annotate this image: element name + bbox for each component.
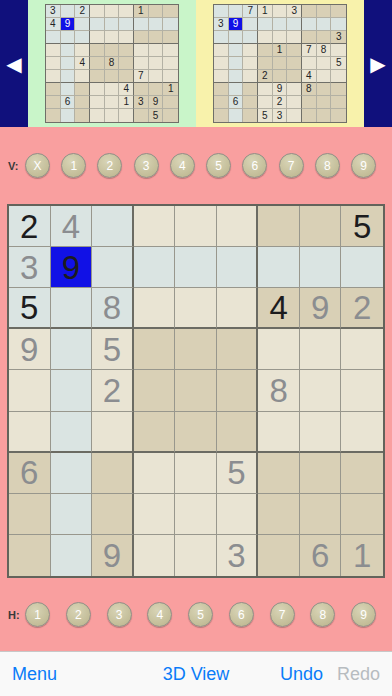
undo-button[interactable]: Undo — [280, 664, 323, 685]
cell-r4c3[interactable]: 5 — [92, 329, 134, 370]
cell-r4c9[interactable] — [341, 329, 383, 370]
cell-r4c3 — [243, 44, 258, 57]
cell-r8c2[interactable] — [51, 494, 93, 535]
prev-board-nav[interactable]: ◀ — [0, 0, 28, 127]
cell-r9c5: 3 — [273, 109, 288, 122]
v-label: V: — [8, 160, 25, 172]
cell-r2c4 — [258, 18, 273, 31]
cell-r1c3[interactable] — [92, 206, 134, 247]
cell-r7c4 — [258, 83, 273, 96]
cell-r5c1 — [214, 57, 229, 70]
cell-r2c7[interactable] — [258, 247, 300, 288]
cell-r5c6 — [119, 57, 134, 70]
v-button-4[interactable]: 4 — [170, 153, 195, 178]
cell-r1c2 — [61, 5, 76, 18]
cell-r7c3[interactable] — [92, 453, 134, 494]
cell-r1c9 — [163, 5, 178, 18]
cell-r1c5 — [273, 5, 288, 18]
cell-r4c6[interactable] — [217, 329, 259, 370]
cell-r8c6 — [287, 96, 302, 109]
v-button-8[interactable]: 8 — [315, 153, 340, 178]
cell-r2c2: 9 — [229, 18, 244, 31]
cell-r2c4[interactable] — [134, 247, 176, 288]
h-button-1[interactable]: 1 — [25, 602, 50, 627]
cell-r6c9 — [331, 70, 346, 83]
cell-r9c4[interactable] — [134, 535, 176, 576]
cell-r4c7: 7 — [302, 44, 317, 57]
cell-r7c8 — [317, 83, 332, 96]
cell-r3c2[interactable] — [51, 288, 93, 329]
cell-r5c3[interactable]: 2 — [92, 370, 134, 411]
cell-r2c8 — [317, 18, 332, 31]
cell-r3c3 — [75, 31, 90, 44]
cell-r9c1 — [214, 109, 229, 122]
cell-r3c9[interactable]: 2 — [341, 288, 383, 329]
v-button-3[interactable]: 3 — [134, 153, 159, 178]
cell-r9c7 — [134, 109, 149, 122]
cell-r9c3 — [75, 109, 90, 122]
cell-r4c4[interactable] — [134, 329, 176, 370]
cell-r5c8[interactable] — [300, 370, 342, 411]
cell-r6c8 — [317, 70, 332, 83]
cell-r7c1 — [46, 83, 61, 96]
cell-r4c5 — [105, 44, 120, 57]
cell-r1c2[interactable]: 4 — [51, 206, 93, 247]
cell-r2c6 — [119, 18, 134, 31]
cell-r2c2[interactable]: 9 — [51, 247, 93, 288]
menu-button[interactable]: Menu — [12, 664, 57, 685]
cell-r8c4 — [258, 96, 273, 109]
cell-r2c8[interactable] — [300, 247, 342, 288]
cell-r6c3 — [75, 70, 90, 83]
cell-r2c4 — [90, 18, 105, 31]
cell-r1c5 — [105, 5, 120, 18]
cell-r1c9[interactable]: 5 — [341, 206, 383, 247]
cell-r8c3[interactable] — [92, 494, 134, 535]
cell-r5c4[interactable] — [134, 370, 176, 411]
cell-r8c1 — [214, 96, 229, 109]
cell-r1c4 — [90, 5, 105, 18]
cell-r3c8 — [149, 31, 164, 44]
cell-r3c1 — [214, 31, 229, 44]
cell-r9c6 — [287, 109, 302, 122]
cell-r8c9 — [331, 96, 346, 109]
left-arrow-icon: ◀ — [6, 54, 21, 74]
cell-r4c1[interactable]: 9 — [9, 329, 51, 370]
cell-r7c5[interactable] — [175, 453, 217, 494]
cell-r5c6 — [287, 57, 302, 70]
cell-r5c3 — [243, 57, 258, 70]
cell-r2c6[interactable] — [217, 247, 259, 288]
cell-r4c8 — [149, 44, 164, 57]
cell-r7c2[interactable] — [51, 453, 93, 494]
h-label: H: — [8, 609, 25, 621]
cell-r7c7[interactable] — [258, 453, 300, 494]
v-button-x[interactable]: X — [25, 153, 50, 178]
cell-r8c8 — [317, 96, 332, 109]
cell-r4c1 — [214, 44, 229, 57]
horizontal-selector-row: H: 123456789 — [0, 578, 392, 651]
mini-board-right[interactable]: 713393178524986253 — [213, 4, 347, 123]
cell-r5c3: 4 — [75, 57, 90, 70]
cell-r8c5: 2 — [273, 96, 288, 109]
cell-r4c2[interactable] — [51, 329, 93, 370]
cell-r8c7 — [302, 96, 317, 109]
cell-r8c2: 6 — [61, 96, 76, 109]
cell-r3c9: 3 — [331, 31, 346, 44]
3d-view-button[interactable]: 3D View — [163, 664, 230, 685]
cell-r7c9: 1 — [163, 83, 178, 96]
cell-r8c1 — [46, 96, 61, 109]
cell-r3c5 — [105, 31, 120, 44]
cell-r3c3 — [243, 31, 258, 44]
cell-r5c2 — [229, 57, 244, 70]
cell-r5c9[interactable] — [341, 370, 383, 411]
cell-r5c5: 8 — [105, 57, 120, 70]
h-button-2[interactable]: 2 — [66, 602, 91, 627]
cell-r3c3[interactable]: 8 — [92, 288, 134, 329]
cell-r8c7[interactable] — [258, 494, 300, 535]
cell-r8c3 — [243, 96, 258, 109]
cell-r6c2 — [229, 70, 244, 83]
h-button-4[interactable]: 4 — [147, 602, 172, 627]
cell-r8c6: 1 — [119, 96, 134, 109]
cell-r9c9 — [163, 109, 178, 122]
cell-r4c7 — [134, 44, 149, 57]
cell-r5c4 — [90, 57, 105, 70]
cell-r1c5[interactable] — [175, 206, 217, 247]
cell-r7c4[interactable] — [134, 453, 176, 494]
cell-r7c6 — [287, 83, 302, 96]
cell-r4c9 — [331, 44, 346, 57]
cell-r4c2 — [61, 44, 76, 57]
v-button-1[interactable]: 1 — [61, 153, 86, 178]
cell-r2c3 — [243, 18, 258, 31]
cell-r3c5 — [273, 31, 288, 44]
cell-r6c4[interactable] — [134, 412, 176, 453]
cell-r7c5 — [105, 83, 120, 96]
cell-r7c6[interactable]: 5 — [217, 453, 259, 494]
left-board-panel: 321494874161395 — [28, 0, 196, 127]
cell-r2c1: 4 — [46, 18, 61, 31]
cell-r2c7 — [302, 18, 317, 31]
cell-r9c1 — [46, 109, 61, 122]
h-button-7[interactable]: 7 — [270, 602, 295, 627]
cell-r2c1: 3 — [214, 18, 229, 31]
cell-r1c1: 3 — [46, 5, 61, 18]
cell-r4c1 — [46, 44, 61, 57]
cell-r1c1 — [214, 5, 229, 18]
cell-r6c1 — [46, 70, 61, 83]
cell-r7c2 — [61, 83, 76, 96]
redo-button: Redo — [337, 664, 380, 685]
cell-r8c9[interactable] — [341, 494, 383, 535]
cell-r9c2 — [229, 109, 244, 122]
cell-r3c6[interactable] — [217, 288, 259, 329]
cell-r3c7 — [302, 31, 317, 44]
cell-r6c4 — [90, 70, 105, 83]
cell-r7c1[interactable]: 6 — [9, 453, 51, 494]
cell-r5c5 — [273, 57, 288, 70]
cell-r1c9 — [331, 5, 346, 18]
cell-r7c2 — [229, 83, 244, 96]
cell-r9c8[interactable]: 6 — [300, 535, 342, 576]
cell-r3c4[interactable] — [134, 288, 176, 329]
cell-r5c9: 5 — [331, 57, 346, 70]
h-button-6[interactable]: 6 — [229, 602, 254, 627]
cell-r5c1 — [46, 57, 61, 70]
cell-r1c6: 3 — [287, 5, 302, 18]
cell-r5c7[interactable]: 8 — [258, 370, 300, 411]
cell-r5c7 — [134, 57, 149, 70]
h-button-3[interactable]: 3 — [107, 602, 132, 627]
v-button-7[interactable]: 7 — [279, 153, 304, 178]
cell-r6c6[interactable] — [217, 412, 259, 453]
cell-r1c4[interactable] — [134, 206, 176, 247]
cell-r1c7 — [302, 5, 317, 18]
cell-r9c7[interactable] — [258, 535, 300, 576]
main-board: 24539584929528659361 — [7, 204, 385, 578]
cell-r2c3 — [75, 18, 90, 31]
cell-r9c9 — [331, 109, 346, 122]
cell-r9c2 — [61, 109, 76, 122]
cell-r4c8: 8 — [317, 44, 332, 57]
cell-r5c7 — [302, 57, 317, 70]
cell-r8c7: 3 — [134, 96, 149, 109]
v-button-strip: X123456789 — [25, 153, 376, 178]
cell-r9c2[interactable] — [51, 535, 93, 576]
cell-r6c7[interactable] — [258, 412, 300, 453]
undo-redo-group: Undo Redo — [280, 664, 380, 685]
cell-r3c2 — [229, 31, 244, 44]
cell-r9c4 — [90, 109, 105, 122]
cell-r9c4: 5 — [258, 109, 273, 122]
bottom-toolbar: Menu 3D View Undo Redo — [0, 651, 392, 696]
cell-r4c9 — [163, 44, 178, 57]
cell-r1c3: 2 — [75, 5, 90, 18]
cell-r8c9 — [163, 96, 178, 109]
cell-r7c6: 4 — [119, 83, 134, 96]
cell-r8c1[interactable] — [9, 494, 51, 535]
cell-r2c5 — [273, 18, 288, 31]
cell-r7c3 — [75, 83, 90, 96]
board-and-keypad-area: V: X123456789 24539584929528659361 H: 12… — [0, 127, 392, 651]
right-arrow-icon: ▶ — [370, 54, 385, 74]
cell-r5c2[interactable] — [51, 370, 93, 411]
cell-r7c7: 8 — [302, 83, 317, 96]
cell-r4c8[interactable] — [300, 329, 342, 370]
cell-r3c6 — [119, 31, 134, 44]
h-button-8[interactable]: 8 — [310, 602, 335, 627]
cell-r8c4 — [90, 96, 105, 109]
cell-r5c2 — [61, 57, 76, 70]
cell-r6c9[interactable] — [341, 412, 383, 453]
cell-r1c8 — [149, 5, 164, 18]
h-button-5[interactable]: 5 — [188, 602, 213, 627]
cell-r7c8[interactable] — [300, 453, 342, 494]
cell-r9c5 — [105, 109, 120, 122]
cell-r3c6 — [287, 31, 302, 44]
cell-r9c3[interactable]: 9 — [92, 535, 134, 576]
cell-r9c8: 5 — [149, 109, 164, 122]
cell-r1c1[interactable]: 2 — [9, 206, 51, 247]
cell-r6c8[interactable] — [300, 412, 342, 453]
cell-r8c6[interactable] — [217, 494, 259, 535]
cell-r3c2 — [61, 31, 76, 44]
cell-r1c7: 1 — [134, 5, 149, 18]
cell-r6c9 — [163, 70, 178, 83]
cell-r4c4 — [90, 44, 105, 57]
cell-r6c7: 7 — [134, 70, 149, 83]
vertical-selector-row: V: X123456789 — [0, 127, 392, 204]
cell-r3c9 — [163, 31, 178, 44]
cell-r9c1[interactable] — [9, 535, 51, 576]
cell-r4c5: 1 — [273, 44, 288, 57]
mini-board-left[interactable]: 321494874161395 — [45, 4, 179, 123]
cell-r3c4 — [258, 31, 273, 44]
next-board-nav[interactable]: ▶ — [364, 0, 392, 127]
cell-r6c6 — [119, 70, 134, 83]
cell-r6c5 — [105, 70, 120, 83]
h-button-strip: 123456789 — [25, 602, 376, 627]
cell-r1c7[interactable] — [258, 206, 300, 247]
v-button-5[interactable]: 5 — [206, 153, 231, 178]
cell-r2c3[interactable] — [92, 247, 134, 288]
cell-r2c9 — [163, 18, 178, 31]
v-button-6[interactable]: 6 — [242, 153, 267, 178]
cell-r3c8[interactable]: 9 — [300, 288, 342, 329]
cell-r8c5 — [105, 96, 120, 109]
cell-r9c5[interactable] — [175, 535, 217, 576]
h-button-9[interactable]: 9 — [351, 602, 376, 627]
cell-r9c6[interactable]: 3 — [217, 535, 259, 576]
cell-r3c5[interactable] — [175, 288, 217, 329]
cell-r2c9 — [331, 18, 346, 31]
cell-r5c1[interactable] — [9, 370, 51, 411]
cell-r7c3 — [243, 83, 258, 96]
sudoku-app-screen: ◀ 321494874161395 713393178524986253 ▶ V… — [0, 0, 392, 696]
v-button-9[interactable]: 9 — [351, 153, 376, 178]
cell-r8c8: 9 — [149, 96, 164, 109]
cell-r9c9[interactable]: 1 — [341, 535, 383, 576]
cell-r6c3 — [243, 70, 258, 83]
cell-r4c5[interactable] — [175, 329, 217, 370]
cell-r6c2 — [61, 70, 76, 83]
cell-r4c4 — [258, 44, 273, 57]
cell-r2c5[interactable] — [175, 247, 217, 288]
cell-r9c3 — [243, 109, 258, 122]
cell-r2c6 — [287, 18, 302, 31]
cell-r5c8 — [149, 57, 164, 70]
cell-r5c5[interactable] — [175, 370, 217, 411]
cell-r2c5 — [105, 18, 120, 31]
cell-r1c3: 7 — [243, 5, 258, 18]
cell-r7c8 — [149, 83, 164, 96]
cell-r6c5 — [273, 70, 288, 83]
cell-r4c3 — [75, 44, 90, 57]
cell-r7c5: 9 — [273, 83, 288, 96]
cell-r2c8 — [149, 18, 164, 31]
cell-r4c6 — [119, 44, 134, 57]
cell-r2c2: 9 — [61, 18, 76, 31]
cell-r5c8 — [317, 57, 332, 70]
cell-r3c4 — [90, 31, 105, 44]
cell-r4c7[interactable] — [258, 329, 300, 370]
cell-r1c8 — [317, 5, 332, 18]
cell-r7c1 — [214, 83, 229, 96]
cell-r3c8 — [317, 31, 332, 44]
cell-r6c5[interactable] — [175, 412, 217, 453]
cell-r1c2 — [229, 5, 244, 18]
cell-r2c7 — [134, 18, 149, 31]
v-button-2[interactable]: 2 — [97, 153, 122, 178]
cell-r3c7 — [134, 31, 149, 44]
cell-r2c1[interactable]: 3 — [9, 247, 51, 288]
cell-r6c6 — [287, 70, 302, 83]
cell-r7c9 — [331, 83, 346, 96]
cell-r6c2[interactable] — [51, 412, 93, 453]
cell-r7c7 — [134, 83, 149, 96]
cell-r8c4[interactable] — [134, 494, 176, 535]
cell-r9c8 — [317, 109, 332, 122]
cell-r6c3[interactable] — [92, 412, 134, 453]
cell-r6c4: 2 — [258, 70, 273, 83]
cell-r8c2: 6 — [229, 96, 244, 109]
cell-r8c5[interactable] — [175, 494, 217, 535]
adjacent-boards-strip: ◀ 321494874161395 713393178524986253 ▶ — [0, 0, 392, 127]
cell-r8c8[interactable] — [300, 494, 342, 535]
cell-r5c9 — [163, 57, 178, 70]
right-board-panel: 713393178524986253 — [196, 0, 364, 127]
cell-r8c3 — [75, 96, 90, 109]
cell-r3c1[interactable]: 5 — [9, 288, 51, 329]
cell-r6c1 — [214, 70, 229, 83]
cell-r5c4 — [258, 57, 273, 70]
cell-r4c2 — [229, 44, 244, 57]
cell-r4c6 — [287, 44, 302, 57]
cell-r2c9[interactable] — [341, 247, 383, 288]
cell-r6c8 — [149, 70, 164, 83]
cell-r9c6 — [119, 109, 134, 122]
cell-r5c6[interactable] — [217, 370, 259, 411]
cell-r7c9[interactable] — [341, 453, 383, 494]
cell-r1c6 — [119, 5, 134, 18]
cell-r6c1[interactable] — [9, 412, 51, 453]
cell-r1c4: 1 — [258, 5, 273, 18]
cell-r9c7 — [302, 109, 317, 122]
cell-r1c6[interactable] — [217, 206, 259, 247]
cell-r3c1 — [46, 31, 61, 44]
cell-r1c8[interactable] — [300, 206, 342, 247]
cell-r6c7: 4 — [302, 70, 317, 83]
cell-r3c7[interactable]: 4 — [258, 288, 300, 329]
cell-r7c4 — [90, 83, 105, 96]
